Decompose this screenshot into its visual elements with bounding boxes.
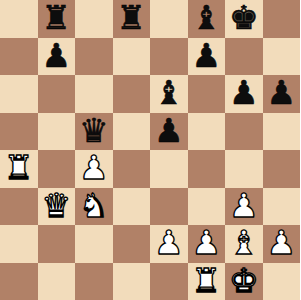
piece-white-pawn[interactable]: ♟ bbox=[154, 226, 184, 259]
square-b1[interactable] bbox=[38, 263, 76, 300]
square-d5[interactable] bbox=[113, 113, 151, 151]
square-g6[interactable]: ♟ bbox=[225, 75, 263, 113]
piece-white-pawn[interactable]: ♟ bbox=[229, 189, 259, 222]
square-b4[interactable] bbox=[38, 150, 76, 188]
square-c4[interactable]: ♟ bbox=[75, 150, 113, 188]
square-g8[interactable]: ♚ bbox=[225, 0, 263, 38]
square-a5[interactable] bbox=[0, 113, 38, 151]
square-c5[interactable]: ♛ bbox=[75, 113, 113, 151]
square-e1[interactable] bbox=[150, 263, 188, 300]
square-e6[interactable]: ♝ bbox=[150, 75, 188, 113]
piece-black-pawn[interactable]: ♟ bbox=[266, 76, 296, 109]
piece-white-pawn[interactable]: ♟ bbox=[266, 226, 296, 259]
square-b3[interactable]: ♛ bbox=[38, 188, 76, 226]
square-g1[interactable]: ♚ bbox=[225, 263, 263, 300]
piece-white-rook[interactable]: ♜ bbox=[4, 151, 34, 184]
square-a7[interactable] bbox=[0, 38, 38, 76]
square-b5[interactable] bbox=[38, 113, 76, 151]
square-f5[interactable] bbox=[188, 113, 226, 151]
square-c7[interactable] bbox=[75, 38, 113, 76]
square-f2[interactable]: ♟ bbox=[188, 225, 226, 263]
chessboard: ♜♜♝♚♟♟♝♟♟♛♟♜♟♛♞♟♟♟♝♟♜♚ bbox=[0, 0, 300, 300]
square-d4[interactable] bbox=[113, 150, 151, 188]
square-f1[interactable]: ♜ bbox=[188, 263, 226, 300]
square-d1[interactable] bbox=[113, 263, 151, 300]
square-e2[interactable]: ♟ bbox=[150, 225, 188, 263]
square-a2[interactable] bbox=[0, 225, 38, 263]
piece-black-rook[interactable]: ♜ bbox=[116, 1, 146, 34]
square-e3[interactable] bbox=[150, 188, 188, 226]
piece-black-king[interactable]: ♚ bbox=[229, 1, 259, 34]
square-h3[interactable] bbox=[263, 188, 301, 226]
square-d2[interactable] bbox=[113, 225, 151, 263]
square-c6[interactable] bbox=[75, 75, 113, 113]
square-h1[interactable] bbox=[263, 263, 301, 300]
piece-black-pawn[interactable]: ♟ bbox=[191, 39, 221, 72]
piece-white-queen[interactable]: ♛ bbox=[41, 189, 71, 222]
square-d7[interactable] bbox=[113, 38, 151, 76]
square-c3[interactable]: ♞ bbox=[75, 188, 113, 226]
square-c1[interactable] bbox=[75, 263, 113, 300]
square-f6[interactable] bbox=[188, 75, 226, 113]
square-f4[interactable] bbox=[188, 150, 226, 188]
square-h4[interactable] bbox=[263, 150, 301, 188]
square-g7[interactable] bbox=[225, 38, 263, 76]
square-g2[interactable]: ♝ bbox=[225, 225, 263, 263]
square-c8[interactable] bbox=[75, 0, 113, 38]
piece-white-pawn[interactable]: ♟ bbox=[191, 226, 221, 259]
square-h7[interactable] bbox=[263, 38, 301, 76]
piece-black-bishop[interactable]: ♝ bbox=[191, 1, 221, 34]
square-e7[interactable] bbox=[150, 38, 188, 76]
square-b2[interactable] bbox=[38, 225, 76, 263]
square-e5[interactable]: ♟ bbox=[150, 113, 188, 151]
piece-black-pawn[interactable]: ♟ bbox=[41, 39, 71, 72]
square-a6[interactable] bbox=[0, 75, 38, 113]
square-h6[interactable]: ♟ bbox=[263, 75, 301, 113]
piece-black-pawn[interactable]: ♟ bbox=[229, 76, 259, 109]
square-d3[interactable] bbox=[113, 188, 151, 226]
piece-black-queen[interactable]: ♛ bbox=[79, 114, 109, 147]
piece-black-rook[interactable]: ♜ bbox=[41, 1, 71, 34]
square-g5[interactable] bbox=[225, 113, 263, 151]
piece-white-rook[interactable]: ♜ bbox=[191, 264, 221, 297]
square-b7[interactable]: ♟ bbox=[38, 38, 76, 76]
square-f7[interactable]: ♟ bbox=[188, 38, 226, 76]
piece-white-king[interactable]: ♚ bbox=[229, 264, 259, 297]
square-d6[interactable] bbox=[113, 75, 151, 113]
square-d8[interactable]: ♜ bbox=[113, 0, 151, 38]
square-f8[interactable]: ♝ bbox=[188, 0, 226, 38]
piece-black-bishop[interactable]: ♝ bbox=[154, 76, 184, 109]
square-e8[interactable] bbox=[150, 0, 188, 38]
piece-white-knight[interactable]: ♞ bbox=[79, 189, 109, 222]
square-g4[interactable] bbox=[225, 150, 263, 188]
square-h8[interactable] bbox=[263, 0, 301, 38]
square-g3[interactable]: ♟ bbox=[225, 188, 263, 226]
square-a3[interactable] bbox=[0, 188, 38, 226]
square-a1[interactable] bbox=[0, 263, 38, 300]
square-a8[interactable] bbox=[0, 0, 38, 38]
square-a4[interactable]: ♜ bbox=[0, 150, 38, 188]
square-h2[interactable]: ♟ bbox=[263, 225, 301, 263]
square-b6[interactable] bbox=[38, 75, 76, 113]
square-c2[interactable] bbox=[75, 225, 113, 263]
square-f3[interactable] bbox=[188, 188, 226, 226]
piece-white-bishop[interactable]: ♝ bbox=[229, 226, 259, 259]
square-h5[interactable] bbox=[263, 113, 301, 151]
square-e4[interactable] bbox=[150, 150, 188, 188]
piece-white-pawn[interactable]: ♟ bbox=[79, 151, 109, 184]
square-b8[interactable]: ♜ bbox=[38, 0, 76, 38]
piece-black-pawn[interactable]: ♟ bbox=[154, 114, 184, 147]
